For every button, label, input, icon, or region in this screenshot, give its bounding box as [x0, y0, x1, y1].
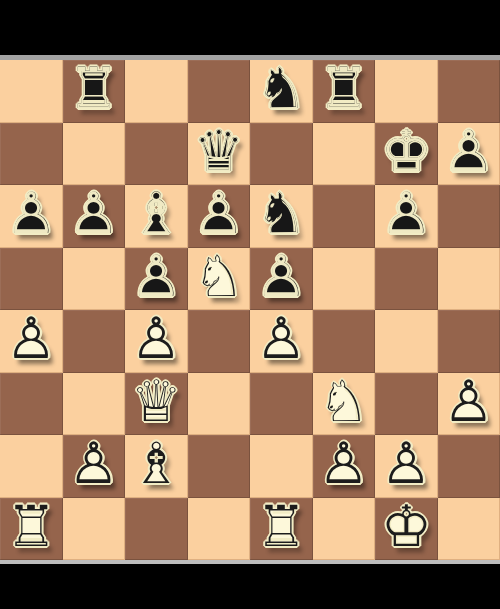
square-b6[interactable]: ♟♙ — [63, 185, 126, 248]
white-pawn-linework-icon: ♙ — [68, 435, 119, 492]
piece-white-pawn[interactable]: ♟♙ — [63, 435, 126, 498]
square-d7[interactable]: ♛♕ — [188, 123, 251, 186]
square-c7[interactable] — [125, 123, 188, 186]
bottom-letterbox — [0, 564, 500, 609]
square-a7[interactable] — [0, 123, 63, 186]
square-e2[interactable] — [250, 435, 313, 498]
square-f6[interactable] — [313, 185, 376, 248]
white-bishop-linework-icon: ♗ — [131, 435, 182, 492]
square-a8[interactable] — [0, 60, 63, 123]
black-bishop-linework-icon: ♗ — [131, 185, 182, 242]
white-pawn-linework-icon: ♙ — [131, 310, 182, 367]
square-h2[interactable] — [438, 435, 500, 498]
piece-black-pawn[interactable]: ♟♙ — [63, 185, 126, 248]
piece-black-knight[interactable]: ♞♘ — [250, 185, 313, 248]
square-a1[interactable]: ♜♖ — [0, 498, 63, 561]
black-knight-linework-icon: ♘ — [256, 185, 307, 242]
square-g8[interactable] — [375, 60, 438, 123]
square-g3[interactable] — [375, 373, 438, 436]
white-pawn-linework-icon: ♙ — [381, 435, 432, 492]
square-d6[interactable]: ♟♙ — [188, 185, 251, 248]
piece-black-pawn[interactable]: ♟♙ — [125, 248, 188, 311]
square-f7[interactable] — [313, 123, 376, 186]
piece-white-pawn[interactable]: ♟♙ — [125, 310, 188, 373]
square-e1[interactable]: ♜♖ — [250, 498, 313, 561]
square-f8[interactable]: ♜♖ — [313, 60, 376, 123]
piece-white-king[interactable]: ♚♔ — [375, 498, 438, 561]
piece-white-pawn[interactable]: ♟♙ — [375, 435, 438, 498]
square-c3[interactable]: ♛♕ — [125, 373, 188, 436]
square-e3[interactable] — [250, 373, 313, 436]
square-b2[interactable]: ♟♙ — [63, 435, 126, 498]
square-a6[interactable]: ♟♙ — [0, 185, 63, 248]
square-d2[interactable] — [188, 435, 251, 498]
white-rook-linework-icon: ♖ — [256, 498, 307, 555]
square-h7[interactable]: ♟♙ — [438, 123, 500, 186]
black-pawn-linework-icon: ♙ — [256, 248, 307, 305]
square-c2[interactable]: ♝♗ — [125, 435, 188, 498]
piece-white-pawn[interactable]: ♟♙ — [0, 310, 63, 373]
app-screen: ♜♖♞♘♜♖♛♕♚♔♟♙♟♙♟♙♝♗♟♙♞♘♟♙♟♙♞♘♟♙♟♙♟♙♟♙♛♕♞♘… — [0, 0, 500, 609]
square-e7[interactable] — [250, 123, 313, 186]
square-f4[interactable] — [313, 310, 376, 373]
piece-white-knight[interactable]: ♞♘ — [313, 373, 376, 436]
piece-black-queen[interactable]: ♛♕ — [188, 123, 251, 186]
square-g5[interactable] — [375, 248, 438, 311]
square-a3[interactable] — [0, 373, 63, 436]
white-pawn-linework-icon: ♙ — [443, 373, 494, 430]
square-c4[interactable]: ♟♙ — [125, 310, 188, 373]
black-pawn-linework-icon: ♙ — [381, 185, 432, 242]
black-queen-linework-icon: ♕ — [193, 123, 244, 180]
piece-black-pawn[interactable]: ♟♙ — [250, 248, 313, 311]
square-d3[interactable] — [188, 373, 251, 436]
black-pawn-linework-icon: ♙ — [443, 123, 494, 180]
square-b8[interactable]: ♜♖ — [63, 60, 126, 123]
square-a5[interactable] — [0, 248, 63, 311]
square-h1[interactable] — [438, 498, 500, 561]
black-pawn-linework-icon: ♙ — [131, 248, 182, 305]
piece-black-pawn[interactable]: ♟♙ — [0, 185, 63, 248]
square-b7[interactable] — [63, 123, 126, 186]
square-h6[interactable] — [438, 185, 500, 248]
black-pawn-linework-icon: ♙ — [68, 185, 119, 242]
square-c8[interactable] — [125, 60, 188, 123]
black-king-linework-icon: ♔ — [381, 123, 432, 180]
white-pawn-linework-icon: ♙ — [256, 310, 307, 367]
square-a4[interactable]: ♟♙ — [0, 310, 63, 373]
square-b3[interactable] — [63, 373, 126, 436]
square-g6[interactable]: ♟♙ — [375, 185, 438, 248]
white-queen-linework-icon: ♕ — [131, 373, 182, 430]
black-pawn-linework-icon: ♙ — [193, 185, 244, 242]
piece-black-bishop[interactable]: ♝♗ — [125, 185, 188, 248]
square-b5[interactable] — [63, 248, 126, 311]
square-g4[interactable] — [375, 310, 438, 373]
square-c6[interactable]: ♝♗ — [125, 185, 188, 248]
square-h5[interactable] — [438, 248, 500, 311]
black-pawn-linework-icon: ♙ — [6, 185, 57, 242]
top-letterbox — [0, 0, 500, 55]
square-d4[interactable] — [188, 310, 251, 373]
square-d5[interactable]: ♞♘ — [188, 248, 251, 311]
piece-white-rook[interactable]: ♜♖ — [250, 498, 313, 561]
square-f2[interactable]: ♟♙ — [313, 435, 376, 498]
square-g7[interactable]: ♚♔ — [375, 123, 438, 186]
white-knight-linework-icon: ♘ — [193, 248, 244, 305]
piece-black-rook[interactable]: ♜♖ — [313, 60, 376, 123]
white-pawn-linework-icon: ♙ — [6, 310, 57, 367]
black-rook-linework-icon: ♖ — [318, 60, 369, 117]
black-rook-linework-icon: ♖ — [68, 60, 119, 117]
square-f3[interactable]: ♞♘ — [313, 373, 376, 436]
square-e5[interactable]: ♟♙ — [250, 248, 313, 311]
square-e8[interactable]: ♞♘ — [250, 60, 313, 123]
square-d1[interactable] — [188, 498, 251, 561]
square-g2[interactable]: ♟♙ — [375, 435, 438, 498]
square-a2[interactable] — [0, 435, 63, 498]
white-rook-linework-icon: ♖ — [6, 498, 57, 555]
piece-white-pawn[interactable]: ♟♙ — [313, 435, 376, 498]
piece-white-pawn[interactable]: ♟♙ — [250, 310, 313, 373]
piece-black-king[interactable]: ♚♔ — [375, 123, 438, 186]
black-knight-linework-icon: ♘ — [256, 60, 307, 117]
square-c5[interactable]: ♟♙ — [125, 248, 188, 311]
square-b1[interactable] — [63, 498, 126, 561]
piece-black-rook[interactable]: ♜♖ — [63, 60, 126, 123]
white-knight-linework-icon: ♘ — [318, 373, 369, 430]
square-h8[interactable] — [438, 60, 500, 123]
chess-board[interactable]: ♜♖♞♘♜♖♛♕♚♔♟♙♟♙♟♙♝♗♟♙♞♘♟♙♟♙♞♘♟♙♟♙♟♙♟♙♛♕♞♘… — [0, 60, 500, 560]
white-king-linework-icon: ♔ — [381, 498, 432, 555]
square-b4[interactable] — [63, 310, 126, 373]
piece-black-knight[interactable]: ♞♘ — [250, 60, 313, 123]
square-e4[interactable]: ♟♙ — [250, 310, 313, 373]
square-h4[interactable] — [438, 310, 500, 373]
piece-black-pawn[interactable]: ♟♙ — [438, 123, 500, 186]
square-g1[interactable]: ♚♔ — [375, 498, 438, 561]
piece-white-rook[interactable]: ♜♖ — [0, 498, 63, 561]
piece-white-queen[interactable]: ♛♕ — [125, 373, 188, 436]
square-h3[interactable]: ♟♙ — [438, 373, 500, 436]
piece-white-pawn[interactable]: ♟♙ — [438, 373, 500, 436]
white-pawn-linework-icon: ♙ — [318, 435, 369, 492]
piece-black-pawn[interactable]: ♟♙ — [375, 185, 438, 248]
piece-white-bishop[interactable]: ♝♗ — [125, 435, 188, 498]
square-f1[interactable] — [313, 498, 376, 561]
square-e6[interactable]: ♞♘ — [250, 185, 313, 248]
piece-white-knight[interactable]: ♞♘ — [188, 248, 251, 311]
square-f5[interactable] — [313, 248, 376, 311]
square-d8[interactable] — [188, 60, 251, 123]
piece-black-pawn[interactable]: ♟♙ — [188, 185, 251, 248]
square-c1[interactable] — [125, 498, 188, 561]
